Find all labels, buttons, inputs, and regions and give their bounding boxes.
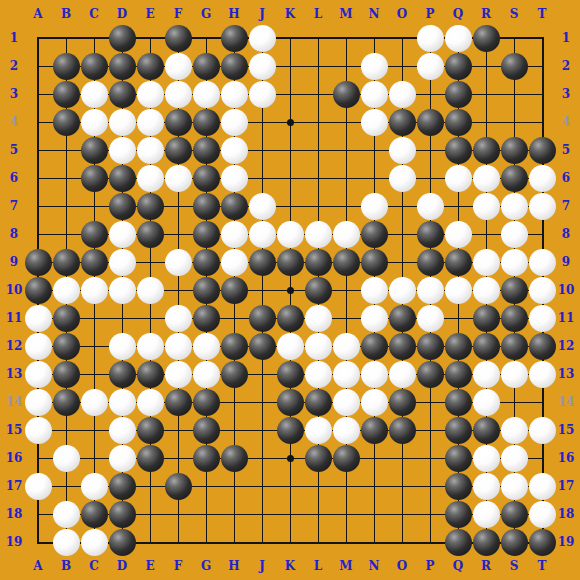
black-stone-D1 — [109, 25, 136, 52]
black-stone-S5 — [501, 137, 528, 164]
black-stone-R5 — [473, 137, 500, 164]
black-stone-N12 — [361, 333, 388, 360]
row-label-left-6: 6 — [0, 164, 28, 192]
black-stone-D6 — [109, 165, 136, 192]
black-stone-G2 — [193, 53, 220, 80]
black-stone-Q12 — [445, 333, 472, 360]
white-stone-T17 — [529, 473, 556, 500]
row-label-right-17: 17 — [552, 472, 580, 500]
row-label-right-8: 8 — [552, 220, 580, 248]
white-stone-M8 — [333, 221, 360, 248]
black-stone-G10 — [193, 277, 220, 304]
black-stone-Q18 — [445, 501, 472, 528]
black-stone-A9 — [25, 249, 52, 276]
white-stone-M15 — [333, 417, 360, 444]
black-stone-K14 — [277, 389, 304, 416]
black-stone-G15 — [193, 417, 220, 444]
black-stone-O4 — [389, 109, 416, 136]
white-stone-C3 — [81, 81, 108, 108]
row-label-right-7: 7 — [552, 192, 580, 220]
column-label-top-K: K — [276, 0, 304, 28]
row-label-left-13: 13 — [0, 360, 28, 388]
column-label-top-J: J — [248, 0, 276, 28]
white-stone-T6 — [529, 165, 556, 192]
black-stone-D2 — [109, 53, 136, 80]
black-stone-S11 — [501, 305, 528, 332]
white-stone-D15 — [109, 417, 136, 444]
white-stone-S8 — [501, 221, 528, 248]
black-stone-C6 — [81, 165, 108, 192]
row-label-left-15: 15 — [0, 416, 28, 444]
row-label-right-4: 4 — [552, 108, 580, 136]
black-stone-R19 — [473, 529, 500, 556]
white-stone-P7 — [417, 193, 444, 220]
black-stone-E8 — [137, 221, 164, 248]
row-label-right-16: 16 — [552, 444, 580, 472]
black-stone-C18 — [81, 501, 108, 528]
column-label-bottom-P: P — [416, 552, 444, 580]
black-stone-D19 — [109, 529, 136, 556]
white-stone-F12 — [165, 333, 192, 360]
white-stone-D5 — [109, 137, 136, 164]
black-stone-Q3 — [445, 81, 472, 108]
white-stone-A17 — [25, 473, 52, 500]
black-stone-F1 — [165, 25, 192, 52]
column-label-bottom-H: H — [220, 552, 248, 580]
white-stone-N2 — [361, 53, 388, 80]
row-label-right-15: 15 — [552, 416, 580, 444]
white-stone-J1 — [249, 25, 276, 52]
black-stone-D3 — [109, 81, 136, 108]
white-stone-B10 — [53, 277, 80, 304]
white-stone-C14 — [81, 389, 108, 416]
row-label-right-13: 13 — [552, 360, 580, 388]
white-stone-L12 — [305, 333, 332, 360]
black-stone-G11 — [193, 305, 220, 332]
column-label-bottom-O: O — [388, 552, 416, 580]
column-label-top-L: L — [304, 0, 332, 28]
black-stone-M3 — [333, 81, 360, 108]
white-stone-S17 — [501, 473, 528, 500]
black-stone-B12 — [53, 333, 80, 360]
white-stone-N3 — [361, 81, 388, 108]
white-stone-T18 — [529, 501, 556, 528]
white-stone-L15 — [305, 417, 332, 444]
row-label-left-4: 4 — [0, 108, 28, 136]
row-label-right-12: 12 — [552, 332, 580, 360]
black-stone-Q2 — [445, 53, 472, 80]
black-stone-B9 — [53, 249, 80, 276]
column-label-top-C: C — [80, 0, 108, 28]
black-stone-K9 — [277, 249, 304, 276]
white-stone-C17 — [81, 473, 108, 500]
column-label-top-A: A — [24, 0, 52, 28]
white-stone-G12 — [193, 333, 220, 360]
black-stone-P8 — [417, 221, 444, 248]
row-label-left-1: 1 — [0, 24, 28, 52]
star-point-K10 — [287, 287, 294, 294]
black-stone-S19 — [501, 529, 528, 556]
white-stone-S13 — [501, 361, 528, 388]
black-stone-Q13 — [445, 361, 472, 388]
black-stone-G9 — [193, 249, 220, 276]
black-stone-B4 — [53, 109, 80, 136]
column-label-bottom-G: G — [192, 552, 220, 580]
black-stone-P9 — [417, 249, 444, 276]
white-stone-S15 — [501, 417, 528, 444]
white-stone-R17 — [473, 473, 500, 500]
black-stone-G4 — [193, 109, 220, 136]
black-stone-G6 — [193, 165, 220, 192]
white-stone-R9 — [473, 249, 500, 276]
white-stone-O13 — [389, 361, 416, 388]
row-label-left-2: 2 — [0, 52, 28, 80]
white-stone-D12 — [109, 333, 136, 360]
column-label-top-Q: Q — [444, 0, 472, 28]
white-stone-C4 — [81, 109, 108, 136]
column-label-top-M: M — [332, 0, 360, 28]
black-stone-Q9 — [445, 249, 472, 276]
column-label-bottom-A: A — [24, 552, 52, 580]
column-label-bottom-M: M — [332, 552, 360, 580]
black-stone-G8 — [193, 221, 220, 248]
column-label-top-H: H — [220, 0, 248, 28]
black-stone-E13 — [137, 361, 164, 388]
black-stone-E16 — [137, 445, 164, 472]
white-stone-L8 — [305, 221, 332, 248]
black-stone-O14 — [389, 389, 416, 416]
white-stone-K12 — [277, 333, 304, 360]
black-stone-J11 — [249, 305, 276, 332]
black-stone-Q19 — [445, 529, 472, 556]
white-stone-H6 — [221, 165, 248, 192]
column-label-top-N: N — [360, 0, 388, 28]
white-stone-Q1 — [445, 25, 472, 52]
white-stone-E3 — [137, 81, 164, 108]
white-stone-P2 — [417, 53, 444, 80]
white-stone-R13 — [473, 361, 500, 388]
white-stone-F13 — [165, 361, 192, 388]
row-label-right-5: 5 — [552, 136, 580, 164]
white-stone-J7 — [249, 193, 276, 220]
column-label-top-D: D — [108, 0, 136, 28]
white-stone-C10 — [81, 277, 108, 304]
row-label-right-3: 3 — [552, 80, 580, 108]
white-stone-M13 — [333, 361, 360, 388]
row-label-left-19: 19 — [0, 528, 28, 556]
black-stone-K11 — [277, 305, 304, 332]
white-stone-F9 — [165, 249, 192, 276]
black-stone-F17 — [165, 473, 192, 500]
white-stone-N13 — [361, 361, 388, 388]
row-label-left-18: 18 — [0, 500, 28, 528]
black-stone-C2 — [81, 53, 108, 80]
white-stone-N4 — [361, 109, 388, 136]
column-label-bottom-Q: Q — [444, 552, 472, 580]
white-stone-S9 — [501, 249, 528, 276]
white-stone-P11 — [417, 305, 444, 332]
column-label-bottom-K: K — [276, 552, 304, 580]
white-stone-E10 — [137, 277, 164, 304]
black-stone-Q5 — [445, 137, 472, 164]
black-stone-F14 — [165, 389, 192, 416]
black-stone-C8 — [81, 221, 108, 248]
white-stone-J2 — [249, 53, 276, 80]
white-stone-N14 — [361, 389, 388, 416]
row-label-left-5: 5 — [0, 136, 28, 164]
column-label-bottom-E: E — [136, 552, 164, 580]
column-label-top-E: E — [136, 0, 164, 28]
black-stone-G14 — [193, 389, 220, 416]
black-stone-D13 — [109, 361, 136, 388]
black-stone-C9 — [81, 249, 108, 276]
row-label-right-9: 9 — [552, 248, 580, 276]
black-stone-S6 — [501, 165, 528, 192]
star-point-K4 — [287, 119, 294, 126]
white-stone-D16 — [109, 445, 136, 472]
black-stone-C5 — [81, 137, 108, 164]
white-stone-S16 — [501, 445, 528, 472]
black-stone-O15 — [389, 417, 416, 444]
black-stone-B2 — [53, 53, 80, 80]
column-label-top-R: R — [472, 0, 500, 28]
column-label-top-O: O — [388, 0, 416, 28]
white-stone-K8 — [277, 221, 304, 248]
black-stone-R15 — [473, 417, 500, 444]
white-stone-Q10 — [445, 277, 472, 304]
white-stone-J3 — [249, 81, 276, 108]
black-stone-T19 — [529, 529, 556, 556]
white-stone-A12 — [25, 333, 52, 360]
white-stone-D14 — [109, 389, 136, 416]
black-stone-E7 — [137, 193, 164, 220]
go-board[interactable]: AABBCCDDEEFFGGHHJJKKLLMMNNOOPPQQRRSSTT11… — [0, 0, 580, 580]
white-stone-Q8 — [445, 221, 472, 248]
row-label-left-9: 9 — [0, 248, 28, 276]
column-label-bottom-J: J — [248, 552, 276, 580]
column-label-bottom-R: R — [472, 552, 500, 580]
white-stone-N10 — [361, 277, 388, 304]
white-stone-O3 — [389, 81, 416, 108]
black-stone-Q16 — [445, 445, 472, 472]
white-stone-B19 — [53, 529, 80, 556]
black-stone-S2 — [501, 53, 528, 80]
white-stone-R7 — [473, 193, 500, 220]
black-stone-F4 — [165, 109, 192, 136]
row-label-right-11: 11 — [552, 304, 580, 332]
white-stone-T9 — [529, 249, 556, 276]
white-stone-N11 — [361, 305, 388, 332]
row-label-left-3: 3 — [0, 80, 28, 108]
black-stone-F5 — [165, 137, 192, 164]
black-stone-H1 — [221, 25, 248, 52]
white-stone-R6 — [473, 165, 500, 192]
row-label-left-7: 7 — [0, 192, 28, 220]
white-stone-R14 — [473, 389, 500, 416]
row-label-left-17: 17 — [0, 472, 28, 500]
column-label-bottom-B: B — [52, 552, 80, 580]
black-stone-S18 — [501, 501, 528, 528]
black-stone-N15 — [361, 417, 388, 444]
black-stone-M16 — [333, 445, 360, 472]
black-stone-B14 — [53, 389, 80, 416]
column-label-bottom-N: N — [360, 552, 388, 580]
black-stone-L16 — [305, 445, 332, 472]
white-stone-T10 — [529, 277, 556, 304]
white-stone-B18 — [53, 501, 80, 528]
white-stone-T13 — [529, 361, 556, 388]
column-label-top-P: P — [416, 0, 444, 28]
white-stone-E5 — [137, 137, 164, 164]
column-label-top-B: B — [52, 0, 80, 28]
row-label-right-14: 14 — [552, 388, 580, 416]
column-label-top-G: G — [192, 0, 220, 28]
white-stone-J8 — [249, 221, 276, 248]
white-stone-H9 — [221, 249, 248, 276]
black-stone-L9 — [305, 249, 332, 276]
white-stone-E6 — [137, 165, 164, 192]
black-stone-T12 — [529, 333, 556, 360]
white-stone-F2 — [165, 53, 192, 80]
white-stone-E12 — [137, 333, 164, 360]
black-stone-J9 — [249, 249, 276, 276]
white-stone-T15 — [529, 417, 556, 444]
black-stone-H7 — [221, 193, 248, 220]
white-stone-A15 — [25, 417, 52, 444]
black-stone-D17 — [109, 473, 136, 500]
black-stone-R1 — [473, 25, 500, 52]
black-stone-H13 — [221, 361, 248, 388]
column-label-top-F: F — [164, 0, 192, 28]
black-stone-S10 — [501, 277, 528, 304]
white-stone-M14 — [333, 389, 360, 416]
row-label-right-1: 1 — [552, 24, 580, 52]
white-stone-G13 — [193, 361, 220, 388]
white-stone-D4 — [109, 109, 136, 136]
black-stone-J12 — [249, 333, 276, 360]
row-label-left-16: 16 — [0, 444, 28, 472]
row-label-right-10: 10 — [552, 276, 580, 304]
black-stone-B13 — [53, 361, 80, 388]
white-stone-O6 — [389, 165, 416, 192]
black-stone-O12 — [389, 333, 416, 360]
black-stone-P4 — [417, 109, 444, 136]
column-label-bottom-F: F — [164, 552, 192, 580]
black-stone-Q15 — [445, 417, 472, 444]
black-stone-O11 — [389, 305, 416, 332]
white-stone-G3 — [193, 81, 220, 108]
black-stone-D7 — [109, 193, 136, 220]
black-stone-Q4 — [445, 109, 472, 136]
black-stone-H16 — [221, 445, 248, 472]
black-stone-E15 — [137, 417, 164, 444]
column-label-bottom-T: T — [528, 552, 556, 580]
black-stone-D18 — [109, 501, 136, 528]
column-label-bottom-S: S — [500, 552, 528, 580]
black-stone-E2 — [137, 53, 164, 80]
black-stone-Q14 — [445, 389, 472, 416]
black-stone-L14 — [305, 389, 332, 416]
black-stone-R11 — [473, 305, 500, 332]
row-label-left-12: 12 — [0, 332, 28, 360]
white-stone-D10 — [109, 277, 136, 304]
row-label-left-14: 14 — [0, 388, 28, 416]
column-label-bottom-D: D — [108, 552, 136, 580]
white-stone-C19 — [81, 529, 108, 556]
black-stone-P12 — [417, 333, 444, 360]
row-label-right-6: 6 — [552, 164, 580, 192]
white-stone-H4 — [221, 109, 248, 136]
black-stone-G5 — [193, 137, 220, 164]
white-stone-A13 — [25, 361, 52, 388]
white-stone-R18 — [473, 501, 500, 528]
black-stone-H10 — [221, 277, 248, 304]
black-stone-N9 — [361, 249, 388, 276]
white-stone-E4 — [137, 109, 164, 136]
white-stone-H3 — [221, 81, 248, 108]
white-stone-N7 — [361, 193, 388, 220]
white-stone-T7 — [529, 193, 556, 220]
white-stone-B16 — [53, 445, 80, 472]
white-stone-L11 — [305, 305, 332, 332]
row-label-left-11: 11 — [0, 304, 28, 332]
white-stone-F6 — [165, 165, 192, 192]
black-stone-T5 — [529, 137, 556, 164]
white-stone-P1 — [417, 25, 444, 52]
black-stone-R12 — [473, 333, 500, 360]
white-stone-Q6 — [445, 165, 472, 192]
white-stone-H8 — [221, 221, 248, 248]
white-stone-O5 — [389, 137, 416, 164]
white-stone-D8 — [109, 221, 136, 248]
white-stone-H5 — [221, 137, 248, 164]
row-label-left-8: 8 — [0, 220, 28, 248]
black-stone-S12 — [501, 333, 528, 360]
column-label-bottom-C: C — [80, 552, 108, 580]
black-stone-K13 — [277, 361, 304, 388]
white-stone-E14 — [137, 389, 164, 416]
white-stone-R10 — [473, 277, 500, 304]
black-stone-A10 — [25, 277, 52, 304]
black-stone-N8 — [361, 221, 388, 248]
star-point-K16 — [287, 455, 294, 462]
row-label-right-19: 19 — [552, 528, 580, 556]
row-label-left-10: 10 — [0, 276, 28, 304]
black-stone-Q17 — [445, 473, 472, 500]
black-stone-K15 — [277, 417, 304, 444]
white-stone-P10 — [417, 277, 444, 304]
black-stone-G7 — [193, 193, 220, 220]
white-stone-O10 — [389, 277, 416, 304]
column-label-top-S: S — [500, 0, 528, 28]
black-stone-B11 — [53, 305, 80, 332]
white-stone-T11 — [529, 305, 556, 332]
white-stone-D9 — [109, 249, 136, 276]
black-stone-H2 — [221, 53, 248, 80]
black-stone-H12 — [221, 333, 248, 360]
white-stone-F3 — [165, 81, 192, 108]
black-stone-B3 — [53, 81, 80, 108]
black-stone-P13 — [417, 361, 444, 388]
white-stone-A14 — [25, 389, 52, 416]
column-label-bottom-L: L — [304, 552, 332, 580]
row-label-right-18: 18 — [552, 500, 580, 528]
white-stone-M12 — [333, 333, 360, 360]
white-stone-R16 — [473, 445, 500, 472]
white-stone-S7 — [501, 193, 528, 220]
black-stone-L10 — [305, 277, 332, 304]
white-stone-F11 — [165, 305, 192, 332]
